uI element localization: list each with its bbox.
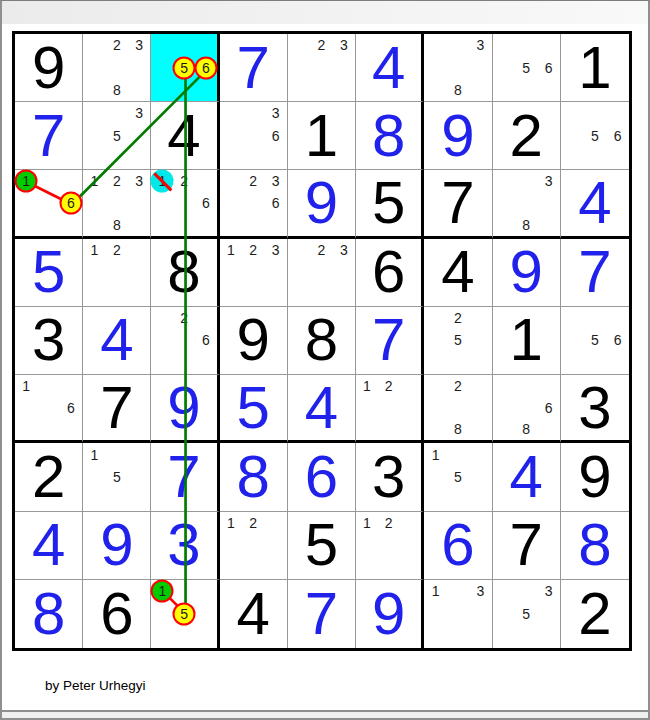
pencil-mark: 3	[272, 174, 280, 188]
pencil-mark: 5	[591, 333, 599, 347]
candidate-pos-3	[400, 512, 422, 534]
candidate-pos-5	[242, 125, 264, 147]
candidate-pos-1: 1	[151, 580, 173, 603]
pencil-mark: 5	[454, 470, 462, 484]
candidate-pos-1	[493, 170, 515, 192]
candidate-pos-8: 8	[106, 79, 128, 101]
candidate-pos-4	[83, 192, 105, 214]
pencil-mark: 2	[180, 311, 188, 325]
candidate-pos-4	[561, 329, 584, 351]
cell-r9c5[interactable]: 7	[288, 580, 356, 648]
candidate-pos-9	[537, 214, 559, 236]
candidate-pos-6: 6	[606, 329, 629, 351]
pencil-grid: 56	[561, 307, 629, 374]
candidate-pos-2: 2	[447, 307, 469, 329]
solved-digit: 6	[288, 443, 355, 510]
cell-r6c2[interactable]: 7	[83, 375, 151, 443]
pencil-grid: 16	[15, 375, 82, 440]
candidate-pos-8: 8	[515, 214, 537, 236]
cell-r8c8[interactable]: 7	[493, 512, 561, 580]
candidate-pos-1	[220, 102, 242, 124]
candidate-pos-6: 6	[606, 125, 629, 147]
candidate-pos-4	[424, 56, 446, 78]
cell-r5c9[interactable]: 56	[561, 307, 629, 375]
candidate-pos-5	[310, 56, 332, 78]
candidate-pos-2	[106, 443, 128, 465]
candidate-pos-5	[378, 534, 400, 556]
pencil-mark: 3	[272, 106, 280, 120]
pencil-grid: 12	[356, 375, 421, 440]
candidate-pos-1	[83, 102, 105, 124]
candidate-pos-7	[83, 147, 105, 169]
pencil-grid: 12	[83, 239, 150, 306]
candidate-pos-4	[288, 56, 310, 78]
cell-r7c4[interactable]: 8	[220, 443, 288, 511]
cell-r4c6[interactable]: 6	[356, 239, 424, 307]
cell-r1c9[interactable]: 1	[561, 34, 629, 102]
cell-r7c7[interactable]: 15	[424, 443, 492, 511]
cell-r1c6[interactable]: 4	[356, 34, 424, 102]
top-panel	[2, 1, 648, 24]
candidate-pos-1	[424, 375, 446, 397]
pencil-mark: 1	[22, 379, 30, 393]
candidate-pos-9	[469, 79, 491, 101]
candidate-pos-6	[400, 534, 422, 556]
candidate-pos-5: 5	[584, 125, 607, 147]
given-digit: 5	[288, 512, 355, 579]
candidate-pos-6	[195, 603, 217, 626]
candidate-pos-6: 6	[264, 125, 286, 147]
solved-digit: 7	[288, 580, 355, 648]
candidate-pos-6	[333, 56, 355, 78]
pencil-grid: 16	[15, 170, 82, 235]
solved-digit: 8	[220, 443, 287, 510]
candidate-pos-4	[151, 56, 173, 78]
cell-r7c9[interactable]: 9	[561, 443, 629, 511]
candidate-pos-3: 3	[333, 34, 355, 56]
given-digit: 9	[220, 307, 287, 374]
cell-r9c8[interactable]: 35	[493, 580, 561, 648]
pencil-grid: 15	[83, 443, 150, 510]
pencil-mark: 2	[454, 311, 462, 325]
candidate-pos-3	[606, 102, 629, 124]
cell-r2c3[interactable]: 4	[151, 102, 219, 170]
candidate-pos-7	[561, 147, 584, 169]
cell-r5c7[interactable]: 25	[424, 307, 492, 375]
candidate-pos-2: 2	[310, 239, 332, 261]
sudoku-app-window: 9238567234385617354361892561612381262369…	[0, 0, 650, 720]
candidate-pos-9	[469, 488, 491, 510]
candidate-pos-1: 1	[424, 580, 446, 603]
candidate-pos-6: 6	[264, 192, 286, 214]
cell-r7c2[interactable]: 15	[83, 443, 151, 511]
cell-r4c1[interactable]: 5	[15, 239, 83, 307]
candidate-pos-9	[469, 625, 491, 648]
candidate-pos-5	[447, 56, 469, 78]
cell-r4c8[interactable]: 9	[493, 239, 561, 307]
candidate-pos-2	[447, 580, 469, 603]
cell-r8c7[interactable]: 6	[424, 512, 492, 580]
candidate-pos-8	[173, 352, 195, 374]
candidate-pos-8	[378, 556, 400, 578]
candidate-pos-8	[447, 352, 469, 374]
candidate-pos-3: 3	[264, 239, 286, 261]
cell-r6c8[interactable]: 68	[493, 375, 561, 443]
given-digit: 2	[15, 443, 82, 510]
candidate-pos-1	[493, 34, 515, 56]
cell-r5c4[interactable]: 9	[220, 307, 288, 375]
candidate-pos-8	[515, 79, 537, 101]
cell-r3c3[interactable]: 126	[151, 170, 219, 238]
given-digit: 2	[493, 102, 560, 169]
solved-digit: 7	[151, 443, 216, 510]
cell-r5c5[interactable]: 8	[288, 307, 356, 375]
candidate-pos-7	[288, 79, 310, 101]
cell-r2c1[interactable]: 7	[15, 102, 83, 170]
candidate-pos-9	[333, 283, 355, 305]
candidate-pos-3	[537, 375, 559, 397]
given-digit: 1	[288, 102, 355, 169]
cell-r7c1[interactable]: 2	[15, 443, 83, 511]
pencil-mark: 1	[158, 584, 166, 598]
candidate-pos-1: 1	[83, 443, 105, 465]
candidate-pos-1	[151, 34, 173, 56]
candidate-pos-5: 5	[106, 125, 128, 147]
cell-r5c2[interactable]: 4	[83, 307, 151, 375]
cell-r9c7[interactable]: 13	[424, 580, 492, 648]
candidate-pos-1	[493, 580, 515, 603]
candidate-pos-5	[173, 329, 195, 351]
candidate-pos-9	[537, 419, 559, 441]
cell-r2c8[interactable]: 2	[493, 102, 561, 170]
candidate-pos-9	[128, 214, 150, 236]
author-credit: by Peter Urhegyi	[45, 678, 146, 693]
candidate-pos-7	[220, 556, 242, 578]
pencil-grid: 56	[151, 34, 216, 101]
cell-r9c1[interactable]: 8	[15, 580, 83, 648]
given-digit: 8	[288, 307, 355, 374]
cell-r8c1[interactable]: 4	[15, 512, 83, 580]
cell-r1c4[interactable]: 7	[220, 34, 288, 102]
candidate-pos-5: 5	[447, 329, 469, 351]
cell-r4c3[interactable]: 8	[151, 239, 219, 307]
cell-r8c6[interactable]: 12	[356, 512, 424, 580]
pencil-grid: 56	[493, 34, 560, 101]
pencil-mark: 3	[545, 174, 553, 188]
pencil-mark: 2	[249, 174, 257, 188]
pencil-grid: 35	[83, 102, 150, 169]
pencil-grid: 38	[424, 34, 491, 101]
candidate-pos-2	[515, 375, 537, 397]
candidate-pos-8	[106, 147, 128, 169]
candidate-pos-6	[128, 261, 150, 283]
pencil-grid: 238	[83, 34, 150, 101]
candidate-pos-1: 1	[356, 512, 378, 534]
candidate-pos-4	[424, 397, 446, 419]
candidate-pos-2: 2	[242, 512, 264, 534]
candidate-pos-9	[264, 147, 286, 169]
candidate-pos-4	[493, 397, 515, 419]
pencil-mark: 6	[545, 401, 553, 415]
candidate-pos-6: 6	[195, 56, 217, 78]
candidate-pos-8	[447, 625, 469, 648]
candidate-pos-2: 2	[173, 307, 195, 329]
pencil-mark: 2	[249, 243, 257, 257]
cell-r8c2[interactable]: 9	[83, 512, 151, 580]
cell-r3c9[interactable]: 4	[561, 170, 629, 238]
candidate-pos-9	[60, 214, 82, 236]
candidate-pos-5	[242, 534, 264, 556]
candidate-pos-7	[151, 214, 173, 236]
candidate-pos-9	[469, 352, 491, 374]
cell-r4c2[interactable]: 12	[83, 239, 151, 307]
cell-r7c6[interactable]: 3	[356, 443, 424, 511]
pencil-mark: 2	[318, 38, 326, 52]
candidate-pos-4	[15, 397, 37, 419]
pencil-mark: 3	[135, 106, 143, 120]
candidate-pos-4	[493, 603, 515, 626]
cell-r9c2[interactable]: 6	[83, 580, 151, 648]
candidate-pos-7	[424, 488, 446, 510]
pencil-mark: 8	[113, 218, 121, 232]
candidate-pos-2	[584, 102, 607, 124]
cell-r1c2[interactable]: 238	[83, 34, 151, 102]
candidate-pos-5	[37, 192, 59, 214]
cell-r6c5[interactable]: 4	[288, 375, 356, 443]
candidate-pos-4	[220, 261, 242, 283]
candidate-pos-9	[128, 79, 150, 101]
candidate-pos-3	[400, 375, 422, 397]
candidate-pos-6	[400, 397, 422, 419]
candidate-pos-9	[264, 283, 286, 305]
given-digit: 6	[356, 239, 421, 306]
candidate-pos-4	[424, 466, 446, 488]
cell-r4c5[interactable]: 23	[288, 239, 356, 307]
given-digit: 7	[424, 170, 491, 235]
candidate-pos-2	[515, 170, 537, 192]
pencil-grid: 23	[288, 239, 355, 306]
cell-r2c2[interactable]: 35	[83, 102, 151, 170]
given-digit: 7	[493, 512, 560, 579]
cell-r9c3[interactable]: 15	[151, 580, 219, 648]
cell-r2c4[interactable]: 36	[220, 102, 288, 170]
pencil-grid: 12	[220, 512, 287, 579]
cell-r1c8[interactable]: 56	[493, 34, 561, 102]
cell-r3c6[interactable]: 5	[356, 170, 424, 238]
candidate-pos-3	[264, 512, 286, 534]
candidate-pos-9	[195, 625, 217, 648]
pencil-mark: 8	[522, 422, 530, 436]
candidate-pos-3	[195, 307, 217, 329]
pencil-mark: 3	[340, 38, 348, 52]
given-digit: 2	[561, 580, 629, 648]
candidate-pos-1: 1	[151, 170, 173, 192]
cell-r3c7[interactable]: 7	[424, 170, 492, 238]
candidate-pos-7	[83, 283, 105, 305]
candidate-pos-3	[195, 580, 217, 603]
pencil-grid: 56	[561, 102, 629, 169]
candidate-pos-3: 3	[333, 239, 355, 261]
candidate-pos-2	[447, 34, 469, 56]
cell-r6c7[interactable]: 28	[424, 375, 492, 443]
candidate-pos-8	[310, 283, 332, 305]
candidate-pos-4	[493, 192, 515, 214]
solved-digit: 8	[561, 512, 629, 579]
cell-r6c4[interactable]: 5	[220, 375, 288, 443]
given-digit: 8	[151, 239, 216, 306]
candidate-pos-5	[37, 397, 59, 419]
cell-r3c2[interactable]: 1238	[83, 170, 151, 238]
cell-r5c6[interactable]: 7	[356, 307, 424, 375]
pencil-mark: 2	[180, 174, 188, 188]
candidate-pos-8	[37, 214, 59, 236]
cell-r9c6[interactable]: 9	[356, 580, 424, 648]
candidate-pos-8: 8	[106, 214, 128, 236]
candidate-pos-1: 1	[83, 239, 105, 261]
given-digit: 1	[493, 307, 560, 374]
cell-r8c3[interactable]: 3	[151, 512, 219, 580]
candidate-pos-1: 1	[220, 512, 242, 534]
cell-r5c3[interactable]: 26	[151, 307, 219, 375]
candidate-pos-8: 8	[515, 419, 537, 441]
cell-r2c5[interactable]: 1	[288, 102, 356, 170]
candidate-pos-5: 5	[173, 603, 195, 626]
sudoku-board: 9238567234385617354361892561612381262369…	[12, 31, 632, 651]
solved-digit: 5	[15, 239, 82, 306]
solved-digit: 8	[15, 580, 82, 648]
candidate-pos-1: 1	[15, 375, 37, 397]
cell-r1c7[interactable]: 38	[424, 34, 492, 102]
cell-r7c5[interactable]: 6	[288, 443, 356, 511]
cell-r1c3[interactable]: 56	[151, 34, 219, 102]
candidate-pos-7	[83, 488, 105, 510]
cell-r1c5[interactable]: 23	[288, 34, 356, 102]
candidate-pos-1	[288, 239, 310, 261]
candidate-pos-1	[83, 34, 105, 56]
candidate-pos-8	[242, 147, 264, 169]
candidate-pos-7	[424, 79, 446, 101]
candidate-pos-7	[493, 214, 515, 236]
solved-digit: 9	[83, 512, 150, 579]
cell-r2c9[interactable]: 56	[561, 102, 629, 170]
pencil-mark: 2	[385, 379, 393, 393]
pencil-mark: 5	[591, 129, 599, 143]
candidate-pos-2	[242, 102, 264, 124]
candidate-pos-4	[493, 56, 515, 78]
cell-r3c5[interactable]: 9	[288, 170, 356, 238]
cell-r3c8[interactable]: 38	[493, 170, 561, 238]
candidate-pos-6	[469, 603, 491, 626]
cell-r6c1[interactable]: 16	[15, 375, 83, 443]
pencil-mark: 8	[522, 218, 530, 232]
candidate-pos-1: 1	[424, 443, 446, 465]
cell-r8c9[interactable]: 8	[561, 512, 629, 580]
candidate-pos-6	[469, 397, 491, 419]
cell-r5c8[interactable]: 1	[493, 307, 561, 375]
candidate-pos-4	[83, 261, 105, 283]
cell-r1c1[interactable]: 9	[15, 34, 83, 102]
candidate-pos-4	[151, 329, 173, 351]
candidate-pos-2: 2	[242, 239, 264, 261]
cell-r4c4[interactable]: 123	[220, 239, 288, 307]
candidate-pos-1: 1	[356, 375, 378, 397]
pencil-mark: 2	[249, 516, 257, 530]
cell-r6c3[interactable]: 9	[151, 375, 219, 443]
candidate-pos-5	[378, 397, 400, 419]
cell-r9c9[interactable]: 2	[561, 580, 629, 648]
pencil-mark: 6	[202, 196, 210, 210]
cell-r3c1[interactable]: 16	[15, 170, 83, 238]
pencil-mark: 1	[158, 174, 166, 188]
candidate-pos-5	[173, 192, 195, 214]
pencil-mark: 5	[113, 129, 121, 143]
candidate-pos-8	[242, 556, 264, 578]
candidate-pos-1	[561, 307, 584, 329]
candidate-pos-9	[264, 214, 286, 236]
cell-r6c9[interactable]: 3	[561, 375, 629, 443]
cell-r3c4[interactable]: 236	[220, 170, 288, 238]
candidate-pos-4	[151, 603, 173, 626]
candidate-pos-5	[106, 192, 128, 214]
given-digit: 5	[356, 170, 421, 235]
candidate-pos-6	[128, 125, 150, 147]
candidate-pos-1: 1	[15, 170, 37, 192]
cell-r5c1[interactable]: 3	[15, 307, 83, 375]
candidate-pos-5	[242, 261, 264, 283]
pencil-mark: 6	[67, 196, 75, 210]
cell-r9c4[interactable]: 4	[220, 580, 288, 648]
candidate-pos-3	[469, 443, 491, 465]
cell-r4c9[interactable]: 7	[561, 239, 629, 307]
solved-digit: 9	[424, 102, 491, 169]
pencil-mark: 1	[363, 379, 371, 393]
pencil-grid: 12	[356, 512, 421, 579]
cell-r7c3[interactable]: 7	[151, 443, 219, 511]
candidate-pos-7	[561, 352, 584, 374]
candidate-pos-3: 3	[537, 170, 559, 192]
cell-r4c7[interactable]: 4	[424, 239, 492, 307]
cell-r8c4[interactable]: 12	[220, 512, 288, 580]
cell-r6c6[interactable]: 12	[356, 375, 424, 443]
pencil-mark: 2	[113, 38, 121, 52]
solved-digit: 4	[356, 34, 421, 101]
candidate-pos-9	[400, 419, 422, 441]
pencil-mark: 2	[113, 174, 121, 188]
solved-digit: 7	[15, 102, 82, 169]
pencil-grid: 28	[424, 375, 491, 440]
pencil-grid: 26	[151, 307, 216, 374]
cell-r8c5[interactable]: 5	[288, 512, 356, 580]
candidate-pos-9	[606, 352, 629, 374]
candidate-pos-7	[220, 283, 242, 305]
candidate-pos-9	[195, 79, 217, 101]
given-digit: 4	[220, 580, 287, 648]
solved-digit: 4	[288, 375, 355, 440]
cell-r2c6[interactable]: 8	[356, 102, 424, 170]
candidate-pos-6	[469, 466, 491, 488]
candidate-pos-3	[60, 170, 82, 192]
candidate-pos-2	[37, 170, 59, 192]
pencil-mark: 1	[432, 584, 440, 598]
candidate-pos-5	[515, 397, 537, 419]
candidate-pos-7	[220, 147, 242, 169]
solved-digit: 7	[220, 34, 287, 101]
cell-r7c8[interactable]: 4	[493, 443, 561, 511]
candidate-pos-7	[151, 625, 173, 648]
candidate-pos-1	[288, 34, 310, 56]
cell-r2c7[interactable]: 9	[424, 102, 492, 170]
pencil-grid: 15	[151, 580, 216, 648]
